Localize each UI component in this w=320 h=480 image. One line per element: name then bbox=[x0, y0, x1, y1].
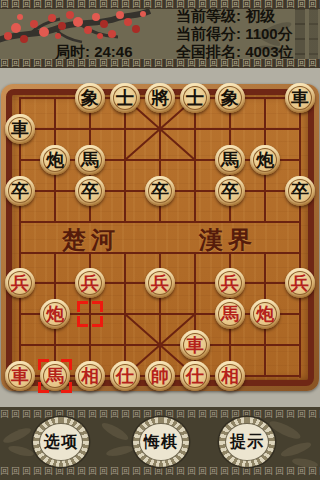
xiangqi-piece-red[interactable]: 帥 bbox=[145, 361, 175, 391]
last-move-marker bbox=[38, 359, 72, 393]
hint-button[interactable]: 提示 bbox=[219, 417, 275, 467]
xiangqi-piece-black[interactable]: 將 bbox=[145, 83, 175, 113]
xiangqi-piece-red[interactable]: 兵 bbox=[5, 268, 35, 298]
options-button[interactable]: 选项 bbox=[33, 417, 89, 467]
xiangqi-piece-red[interactable]: 馬 bbox=[215, 299, 245, 329]
bamboo-leaf-decoration bbox=[1, 425, 32, 445]
app-root: 局时: 24:46 当前等级: 初级 当前得分: 1100分 全国排名: 400… bbox=[0, 0, 320, 480]
xiangqi-piece-red[interactable]: 相 bbox=[215, 361, 245, 391]
xiangqi-piece-black[interactable]: 炮 bbox=[250, 145, 280, 175]
xiangqi-piece-black[interactable]: 馬 bbox=[75, 145, 105, 175]
bamboo-leaf-decoration bbox=[7, 444, 34, 458]
hint-button-label: 提示 bbox=[230, 432, 264, 453]
meander-border-bottom: 回回回回回回回回回回回回回回回回回回回回回回回回回回回回回回回回回回回回回回回回… bbox=[0, 467, 320, 476]
xiangqi-piece-red[interactable]: 相 bbox=[75, 361, 105, 391]
bottom-bar: 回回回回回回回回回回回回回回回回回回回回回回回回回回回回回回回回回回回回回回回回… bbox=[0, 407, 320, 480]
xiangqi-piece-red[interactable]: 仕 bbox=[180, 361, 210, 391]
xiangqi-piece-black[interactable]: 卒 bbox=[145, 176, 175, 206]
xiangqi-piece-red[interactable]: 兵 bbox=[145, 268, 175, 298]
undo-button[interactable]: 悔棋 bbox=[133, 417, 189, 467]
xiangqi-piece-black[interactable]: 車 bbox=[285, 83, 315, 113]
xiangqi-piece-black[interactable]: 象 bbox=[75, 83, 105, 113]
xiangqi-piece-red[interactable]: 兵 bbox=[215, 268, 245, 298]
last-move-marker bbox=[77, 301, 103, 327]
bamboo-leaf-decoration bbox=[100, 420, 130, 443]
xiangqi-piece-black[interactable]: 卒 bbox=[215, 176, 245, 206]
xiangqi-piece-red[interactable]: 車 bbox=[180, 330, 210, 360]
xiangqi-piece-red[interactable]: 兵 bbox=[75, 268, 105, 298]
xiangqi-piece-black[interactable]: 馬 bbox=[215, 145, 245, 175]
xiangqi-piece-red[interactable]: 兵 bbox=[285, 268, 315, 298]
xiangqi-piece-black[interactable]: 卒 bbox=[285, 176, 315, 206]
xiangqi-piece-red[interactable]: 炮 bbox=[250, 299, 280, 329]
bamboo-leaf-decoration bbox=[279, 440, 312, 459]
xiangqi-piece-black[interactable]: 士 bbox=[110, 83, 140, 113]
xiangqi-piece-black[interactable]: 車 bbox=[5, 114, 35, 144]
undo-button-label: 悔棋 bbox=[144, 432, 178, 453]
xiangqi-piece-black[interactable]: 士 bbox=[180, 83, 210, 113]
xiangqi-piece-black[interactable]: 卒 bbox=[5, 176, 35, 206]
xiangqi-piece-red[interactable]: 車 bbox=[5, 361, 35, 391]
xiangqi-piece-black[interactable]: 炮 bbox=[40, 145, 70, 175]
xiangqi-piece-red[interactable]: 炮 bbox=[40, 299, 70, 329]
options-button-label: 选项 bbox=[44, 432, 78, 453]
xiangqi-piece-red[interactable]: 仕 bbox=[110, 361, 140, 391]
xiangqi-piece-black[interactable]: 卒 bbox=[75, 176, 105, 206]
xiangqi-piece-black[interactable]: 象 bbox=[215, 83, 245, 113]
board-grid-line bbox=[299, 97, 301, 378]
bamboo-leaf-decoration bbox=[105, 444, 134, 458]
